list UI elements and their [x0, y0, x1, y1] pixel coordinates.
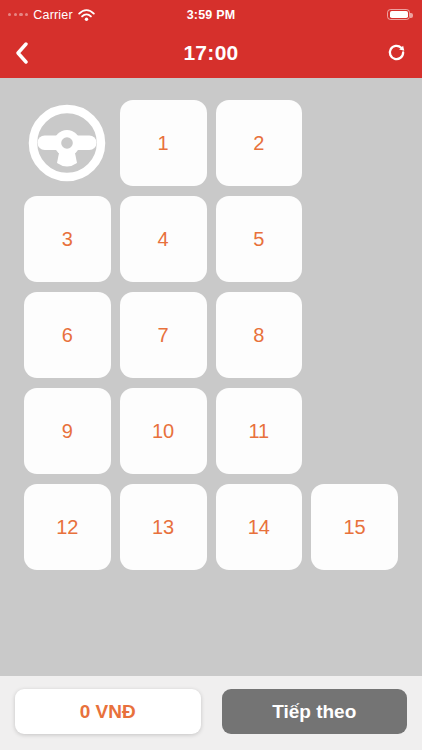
steering-wheel-icon [28, 104, 106, 182]
seat-14[interactable]: 14 [216, 484, 303, 570]
seat-3[interactable]: 3 [24, 196, 111, 282]
seat-1[interactable]: 1 [120, 100, 207, 186]
seat-9[interactable]: 9 [24, 388, 111, 474]
seat-8[interactable]: 8 [216, 292, 303, 378]
refresh-button[interactable] [381, 38, 407, 68]
seat-2[interactable]: 2 [216, 100, 303, 186]
battery-icon [387, 9, 410, 21]
seat-10[interactable]: 10 [120, 388, 207, 474]
screen: Carrier 3:59 PM 17:00 [0, 0, 422, 750]
nav-title: 17:00 [183, 41, 238, 65]
seat-13[interactable]: 13 [120, 484, 207, 570]
cellular-signal-dots-icon [8, 13, 28, 16]
total-price-button[interactable]: 0 VNĐ [15, 689, 201, 734]
seat-11[interactable]: 11 [216, 388, 303, 474]
empty-cell [311, 196, 398, 282]
carrier-label: Carrier [33, 8, 73, 22]
wifi-icon [78, 9, 95, 21]
chevron-left-icon [15, 42, 28, 64]
seat-5[interactable]: 5 [216, 196, 303, 282]
header: Carrier 3:59 PM 17:00 [0, 0, 422, 78]
seat-6[interactable]: 6 [24, 292, 111, 378]
seat-map-area: 123456789101112131415 [0, 78, 422, 676]
driver-seat [24, 100, 111, 186]
seat-7[interactable]: 7 [120, 292, 207, 378]
status-time: 3:59 PM [187, 8, 236, 22]
seat-4[interactable]: 4 [120, 196, 207, 282]
footer-bar: 0 VNĐ Tiếp theo [0, 676, 422, 750]
seat-grid: 123456789101112131415 [24, 100, 398, 570]
empty-cell [311, 388, 398, 474]
nav-bar: 17:00 [0, 27, 422, 78]
seat-12[interactable]: 12 [24, 484, 111, 570]
seat-15[interactable]: 15 [311, 484, 398, 570]
status-bar: Carrier 3:59 PM [0, 0, 422, 27]
refresh-icon [386, 42, 407, 63]
next-button[interactable]: Tiếp theo [222, 689, 408, 734]
empty-cell [311, 100, 398, 186]
back-button[interactable] [15, 36, 45, 70]
empty-cell [311, 292, 398, 378]
